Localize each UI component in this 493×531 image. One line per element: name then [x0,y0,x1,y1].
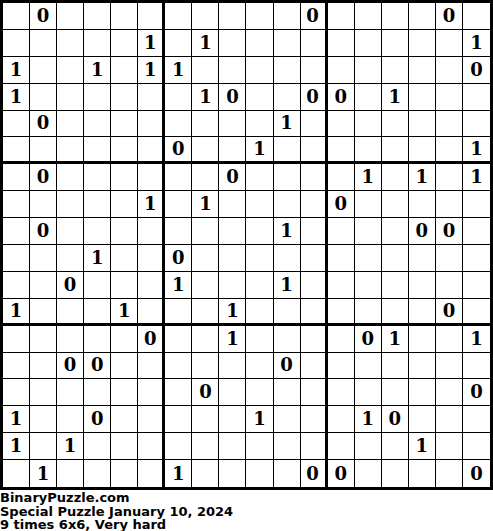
cell-r14-c6[interactable] [165,379,192,406]
cell-r13-c5[interactable] [138,353,165,380]
cell-r7-c10[interactable] [274,191,301,218]
cell-r2-c10[interactable] [274,57,301,84]
cell-r16-c17[interactable] [463,433,490,460]
cell-r5-c11[interactable] [301,137,328,164]
cell-r10-c5[interactable] [138,272,165,299]
cell-r2-c9[interactable] [246,57,273,84]
cell-r2-c4[interactable] [111,57,138,84]
cell-r3-c15[interactable] [409,84,436,111]
cell-r17-c16[interactable] [436,460,463,487]
cell-r13-c14[interactable] [382,353,409,380]
cell-r12-c1[interactable] [30,326,57,353]
cell-r8-c1: 0 [30,218,57,245]
cell-r9-c12[interactable] [328,245,355,272]
cell-r9-c13[interactable] [355,245,382,272]
cell-r4-c17[interactable] [463,111,490,138]
cell-r10-c16[interactable] [436,272,463,299]
cell-r13-c3: 0 [84,353,111,380]
cell-r8-c17[interactable] [463,218,490,245]
cell-r3-c1[interactable] [30,84,57,111]
cell-r14-c4[interactable] [111,379,138,406]
cell-r12-c11[interactable] [301,326,328,353]
cell-r10-c10: 1 [274,272,301,299]
cell-r9-c10[interactable] [274,245,301,272]
cell-r14-c12[interactable] [328,379,355,406]
cell-r11-c12[interactable] [328,299,355,326]
cell-r0-c8[interactable] [219,3,246,30]
cell-r5-c8[interactable] [219,137,246,164]
cell-r5-c13[interactable] [355,137,382,164]
cell-r16-c2: 1 [57,433,84,460]
cell-r9-c4[interactable] [111,245,138,272]
cell-r3-c14: 1 [382,84,409,111]
cell-r8-c11[interactable] [301,218,328,245]
cell-r16-c5[interactable] [138,433,165,460]
cell-r0-c12[interactable] [328,3,355,30]
cell-r6-c11[interactable] [301,164,328,191]
cell-r14-c10[interactable] [274,379,301,406]
cell-r11-c10[interactable] [274,299,301,326]
cell-r12-c6[interactable] [165,326,192,353]
cell-r5-c10[interactable] [274,137,301,164]
cell-r11-c14[interactable] [382,299,409,326]
cell-r10-c11[interactable] [301,272,328,299]
cell-r8-c8[interactable] [219,218,246,245]
cell-r6-c9[interactable] [246,164,273,191]
cell-r2-c0: 1 [3,57,30,84]
cell-r1-c13[interactable] [355,30,382,57]
cell-r12-c7[interactable] [192,326,219,353]
cell-r3-c2[interactable] [57,84,84,111]
cell-r2-c2[interactable] [57,57,84,84]
cell-r2-c14[interactable] [382,57,409,84]
cell-r17-c13[interactable] [355,460,382,487]
cell-r7-c12: 0 [328,191,355,218]
cell-r15-c17[interactable] [463,406,490,433]
cell-r17-c6: 1 [165,460,192,487]
cell-r17-c4[interactable] [111,460,138,487]
cell-r8-c13[interactable] [355,218,382,245]
cell-r3-c11: 0 [301,84,328,111]
cell-r0-c5[interactable] [138,3,165,30]
cell-r9-c2[interactable] [57,245,84,272]
cell-r1-c2[interactable] [57,30,84,57]
cell-r5-c15[interactable] [409,137,436,164]
cell-r9-c0[interactable] [3,245,30,272]
cell-r3-c4[interactable] [111,84,138,111]
cell-r17-c0[interactable] [3,460,30,487]
cell-r0-c0[interactable] [3,3,30,30]
cell-r2-c16[interactable] [436,57,463,84]
cell-r2-c15[interactable] [409,57,436,84]
cell-r14-c13[interactable] [355,379,382,406]
cell-r15-c1[interactable] [30,406,57,433]
cell-r5-c0[interactable] [3,137,30,164]
cell-r0-c7[interactable] [192,3,219,30]
cell-r8-c0[interactable] [3,218,30,245]
cell-r17-c15[interactable] [409,460,436,487]
cell-r10-c1[interactable] [30,272,57,299]
cell-r12-c15[interactable] [409,326,436,353]
cell-r11-c1[interactable] [30,299,57,326]
cell-r9-c16[interactable] [436,245,463,272]
cell-r9-c8[interactable] [219,245,246,272]
cell-r13-c8[interactable] [219,353,246,380]
footer-title: Special Puzzle January 10, 2024 [0,505,493,519]
cell-r4-c2[interactable] [57,111,84,138]
cell-r1-c12[interactable] [328,30,355,57]
cell-r3-c17[interactable] [463,84,490,111]
cell-r17-c7[interactable] [192,460,219,487]
cell-r8-c12[interactable] [328,218,355,245]
cell-r9-c3: 1 [84,245,111,272]
cell-r15-c11[interactable] [301,406,328,433]
cell-r16-c14[interactable] [382,433,409,460]
cell-r1-c3[interactable] [84,30,111,57]
cell-r0-c4[interactable] [111,3,138,30]
cell-r10-c8[interactable] [219,272,246,299]
cell-r16-c16[interactable] [436,433,463,460]
cell-r7-c11[interactable] [301,191,328,218]
cell-r11-c2[interactable] [57,299,84,326]
cell-r6-c6[interactable] [165,164,192,191]
cell-r4-c9[interactable] [246,111,273,138]
cell-r2-c12[interactable] [328,57,355,84]
cell-r10-c3[interactable] [84,272,111,299]
cell-r1-c7: 1 [192,30,219,57]
cell-r9-c15[interactable] [409,245,436,272]
cell-r13-c11[interactable] [301,353,328,380]
cell-r15-c6[interactable] [165,406,192,433]
cell-r6-c10[interactable] [274,164,301,191]
cell-r9-c9[interactable] [246,245,273,272]
cell-r8-c3[interactable] [84,218,111,245]
cell-r2-c11[interactable] [301,57,328,84]
cell-r10-c4[interactable] [111,272,138,299]
cell-r4-c7[interactable] [192,111,219,138]
cell-r1-c10[interactable] [274,30,301,57]
cell-r0-c2[interactable] [57,3,84,30]
cell-r1-c4[interactable] [111,30,138,57]
cell-r7-c1[interactable] [30,191,57,218]
cell-r10-c17[interactable] [463,272,490,299]
cell-r17-c10[interactable] [274,460,301,487]
cell-r12-c9[interactable] [246,326,273,353]
cell-r4-c8[interactable] [219,111,246,138]
cell-r6-c4[interactable] [111,164,138,191]
cell-r1-c1[interactable] [30,30,57,57]
cell-r4-c15[interactable] [409,111,436,138]
cell-r8-c14[interactable] [382,218,409,245]
cell-r17-c2[interactable] [57,460,84,487]
cell-r1-c0[interactable] [3,30,30,57]
cell-r3-c7: 1 [192,84,219,111]
cell-r8-c4[interactable] [111,218,138,245]
cell-r16-c3[interactable] [84,433,111,460]
cell-r15-c7[interactable] [192,406,219,433]
cell-r4-c10: 1 [274,111,301,138]
cell-r0-c6[interactable] [165,3,192,30]
cell-r15-c8[interactable] [219,406,246,433]
cell-r13-c2: 0 [57,353,84,380]
cell-r3-c13[interactable] [355,84,382,111]
cell-r0-c15[interactable] [409,3,436,30]
cell-r6-c1: 0 [30,164,57,191]
cell-r4-c0[interactable] [3,111,30,138]
cell-r15-c10[interactable] [274,406,301,433]
cell-r6-c14[interactable] [382,164,409,191]
cell-r0-c17[interactable] [463,3,490,30]
cell-r17-c8[interactable] [219,460,246,487]
cell-r12-c13: 0 [355,326,382,353]
cell-r5-c3[interactable] [84,137,111,164]
cell-r8-c16: 0 [436,218,463,245]
cell-r11-c5[interactable] [138,299,165,326]
cell-r15-c2[interactable] [57,406,84,433]
cell-r8-c6[interactable] [165,218,192,245]
cell-r6-c12[interactable] [328,164,355,191]
cell-r15-c3: 0 [84,406,111,433]
cell-r0-c1: 0 [30,3,57,30]
cell-r0-c13[interactable] [355,3,382,30]
cell-r7-c9[interactable] [246,191,273,218]
cell-r15-c12[interactable] [328,406,355,433]
cell-r17-c3[interactable] [84,460,111,487]
cell-r14-c11[interactable] [301,379,328,406]
cell-r9-c5[interactable] [138,245,165,272]
cell-r6-c2[interactable] [57,164,84,191]
cell-r6-c16[interactable] [436,164,463,191]
cell-r11-c15[interactable] [409,299,436,326]
cell-r10-c9[interactable] [246,272,273,299]
cell-r10-c12[interactable] [328,272,355,299]
cell-r5-c5[interactable] [138,137,165,164]
cell-r9-c11[interactable] [301,245,328,272]
cell-r13-c7[interactable] [192,353,219,380]
cell-r14-c3[interactable] [84,379,111,406]
cell-r0-c9[interactable] [246,3,273,30]
cell-r1-c5: 1 [138,30,165,57]
cell-r4-c16[interactable] [436,111,463,138]
cell-r17-c14[interactable] [382,460,409,487]
cell-r17-c11: 0 [301,460,328,487]
cell-r6-c17: 1 [463,164,490,191]
cell-r7-c2[interactable] [57,191,84,218]
cell-r4-c12[interactable] [328,111,355,138]
cell-r4-c4[interactable] [111,111,138,138]
cell-r13-c6[interactable] [165,353,192,380]
cell-r9-c1[interactable] [30,245,57,272]
cell-r15-c14: 0 [382,406,409,433]
cell-r16-c9[interactable] [246,433,273,460]
cell-r7-c6[interactable] [165,191,192,218]
cell-r14-c17: 0 [463,379,490,406]
cell-r10-c0[interactable] [3,272,30,299]
cell-r14-c5[interactable] [138,379,165,406]
cell-r13-c4[interactable] [111,353,138,380]
cell-r4-c3[interactable] [84,111,111,138]
cell-r12-c5: 0 [138,326,165,353]
cell-r7-c17[interactable] [463,191,490,218]
cell-r9-c6: 0 [165,245,192,272]
cell-r15-c15[interactable] [409,406,436,433]
cell-r9-c7[interactable] [192,245,219,272]
cell-r7-c0[interactable] [3,191,30,218]
cell-r14-c15[interactable] [409,379,436,406]
cell-r6-c5[interactable] [138,164,165,191]
cell-r11-c7[interactable] [192,299,219,326]
cell-r1-c15[interactable] [409,30,436,57]
cell-r13-c17[interactable] [463,353,490,380]
cell-r13-c1[interactable] [30,353,57,380]
cell-r13-c16[interactable] [436,353,463,380]
cell-r6-c7[interactable] [192,164,219,191]
cell-r16-c12[interactable] [328,433,355,460]
cell-r11-c13[interactable] [355,299,382,326]
cell-r14-c0[interactable] [3,379,30,406]
cell-r10-c13[interactable] [355,272,382,299]
cell-r2-c1[interactable] [30,57,57,84]
cell-r11-c17[interactable] [463,299,490,326]
cell-r14-c8[interactable] [219,379,246,406]
cell-r5-c16[interactable] [436,137,463,164]
cell-r5-c12[interactable] [328,137,355,164]
cell-r1-c17: 1 [463,30,490,57]
cell-r17-c5[interactable] [138,460,165,487]
cell-r3-c9[interactable] [246,84,273,111]
cell-r6-c3[interactable] [84,164,111,191]
cell-r13-c13[interactable] [355,353,382,380]
cell-r10-c7[interactable] [192,272,219,299]
cell-r2-c13[interactable] [355,57,382,84]
cell-r7-c4[interactable] [111,191,138,218]
cell-r1-c6[interactable] [165,30,192,57]
cell-r7-c13[interactable] [355,191,382,218]
cell-r15-c16[interactable] [436,406,463,433]
cell-r15-c9: 1 [246,406,273,433]
cell-r2-c7[interactable] [192,57,219,84]
cell-r16-c7[interactable] [192,433,219,460]
cell-r11-c6[interactable] [165,299,192,326]
cell-r12-c12[interactable] [328,326,355,353]
cell-r6-c0[interactable] [3,164,30,191]
cell-r10-c15[interactable] [409,272,436,299]
cell-r1-c16[interactable] [436,30,463,57]
cell-r12-c10[interactable] [274,326,301,353]
cell-r2-c8[interactable] [219,57,246,84]
cell-r10-c2: 0 [57,272,84,299]
cell-r3-c16[interactable] [436,84,463,111]
cell-r11-c3[interactable] [84,299,111,326]
cell-r14-c14[interactable] [382,379,409,406]
cell-r2-c3: 1 [84,57,111,84]
footer-difficulty: 9 times 6x6, Very hard [0,518,493,531]
cell-r9-c14[interactable] [382,245,409,272]
cell-r1-c11[interactable] [301,30,328,57]
cell-r5-c6: 0 [165,137,192,164]
cell-r13-c0[interactable] [3,353,30,380]
cell-r5-c4[interactable] [111,137,138,164]
cell-r5-c14[interactable] [382,137,409,164]
cell-r8-c5[interactable] [138,218,165,245]
cell-r16-c10[interactable] [274,433,301,460]
cell-r16-c11[interactable] [301,433,328,460]
cell-r12-c3[interactable] [84,326,111,353]
cell-r0-c3[interactable] [84,3,111,30]
cell-r11-c11[interactable] [301,299,328,326]
cell-r5-c1[interactable] [30,137,57,164]
cell-r12-c14: 1 [382,326,409,353]
cell-r8-c9[interactable] [246,218,273,245]
cell-r11-c9[interactable] [246,299,273,326]
cell-r1-c14[interactable] [382,30,409,57]
cell-r12-c0[interactable] [3,326,30,353]
cell-r14-c9[interactable] [246,379,273,406]
cell-r4-c14[interactable] [382,111,409,138]
cell-r13-c9[interactable] [246,353,273,380]
cell-r8-c2[interactable] [57,218,84,245]
cell-r7-c8[interactable] [219,191,246,218]
cell-r4-c5[interactable] [138,111,165,138]
cell-r15-c5[interactable] [138,406,165,433]
cell-r12-c16[interactable] [436,326,463,353]
cell-r7-c16[interactable] [436,191,463,218]
cell-r7-c15[interactable] [409,191,436,218]
cell-r10-c6: 1 [165,272,192,299]
cell-r13-c15[interactable] [409,353,436,380]
cell-r16-c6[interactable] [165,433,192,460]
cell-r11-c0: 1 [3,299,30,326]
cell-r16-c8[interactable] [219,433,246,460]
cell-r7-c3[interactable] [84,191,111,218]
cell-r1-c9[interactable] [246,30,273,57]
cell-r9-c17[interactable] [463,245,490,272]
cell-r4-c13[interactable] [355,111,382,138]
cell-r16-c13[interactable] [355,433,382,460]
cell-r5-c9: 1 [246,137,273,164]
cell-r12-c2[interactable] [57,326,84,353]
cell-r14-c1[interactable] [30,379,57,406]
cell-r5-c2[interactable] [57,137,84,164]
cell-r7-c14[interactable] [382,191,409,218]
cell-r15-c13: 1 [355,406,382,433]
cell-r3-c6[interactable] [165,84,192,111]
cell-r4-c11[interactable] [301,111,328,138]
cell-r3-c5[interactable] [138,84,165,111]
cell-r0-c10[interactable] [274,3,301,30]
cell-r16-c1[interactable] [30,433,57,460]
cell-r17-c17: 0 [463,460,490,487]
cell-r1-c8[interactable] [219,30,246,57]
cell-r8-c7[interactable] [192,218,219,245]
cell-r5-c7[interactable] [192,137,219,164]
cell-r3-c10[interactable] [274,84,301,111]
cell-r14-c16[interactable] [436,379,463,406]
cell-r10-c14[interactable] [382,272,409,299]
footer-site: BinaryPuzzle.com [0,491,493,505]
cell-r4-c6[interactable] [165,111,192,138]
cell-r13-c12[interactable] [328,353,355,380]
cell-r3-c3[interactable] [84,84,111,111]
cell-r0-c16: 0 [436,3,463,30]
cell-r14-c2[interactable] [57,379,84,406]
cell-r12-c4[interactable] [111,326,138,353]
cell-r16-c4[interactable] [111,433,138,460]
cell-r17-c9[interactable] [246,460,273,487]
cell-r11-c4: 1 [111,299,138,326]
cell-r0-c14[interactable] [382,3,409,30]
cell-r15-c4[interactable] [111,406,138,433]
